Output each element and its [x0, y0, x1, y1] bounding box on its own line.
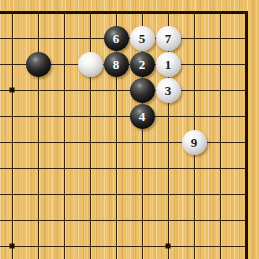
stone-number-label: 4	[139, 110, 146, 123]
board-point-Q16: 3	[155, 77, 181, 103]
board-point-R14: 9	[181, 129, 207, 155]
white-stone-Q18: 7	[156, 26, 181, 51]
white-stone-Q16: 3	[156, 78, 181, 103]
board-point-O18: 6	[103, 25, 129, 51]
stone-number-label: 7	[165, 32, 172, 45]
go-diagram: 657821349	[0, 0, 259, 259]
board-point-P16	[129, 77, 155, 103]
board-point-P15: 4	[129, 103, 155, 129]
go-board: 657821349	[0, 0, 259, 259]
black-stone-O18: 6	[104, 26, 129, 51]
stone-number-label: 8	[113, 58, 120, 71]
stone-number-label: 2	[139, 58, 146, 71]
board-point-L17	[25, 51, 51, 77]
black-stone-P16	[130, 78, 155, 103]
black-stone-P17: 2	[130, 52, 155, 77]
stones-grid: 657821349	[0, 0, 259, 259]
black-stone-O17: 8	[104, 52, 129, 77]
stone-number-label: 5	[139, 32, 146, 45]
board-point-Q17: 1	[155, 51, 181, 77]
black-stone-L17	[26, 52, 51, 77]
board-point-Q18: 7	[155, 25, 181, 51]
board-point-O17: 8	[103, 51, 129, 77]
board-point-P18: 5	[129, 25, 155, 51]
white-stone-R14: 9	[182, 130, 207, 155]
black-stone-P15: 4	[130, 104, 155, 129]
white-stone-Q17: 1	[156, 52, 181, 77]
stone-number-label: 1	[165, 58, 172, 71]
white-stone-P18: 5	[130, 26, 155, 51]
white-stone-N17	[78, 52, 103, 77]
stone-number-label: 3	[165, 84, 172, 97]
stone-number-label: 6	[113, 32, 120, 45]
board-point-P17: 2	[129, 51, 155, 77]
board-point-N17	[77, 51, 103, 77]
stone-number-label: 9	[191, 136, 198, 149]
